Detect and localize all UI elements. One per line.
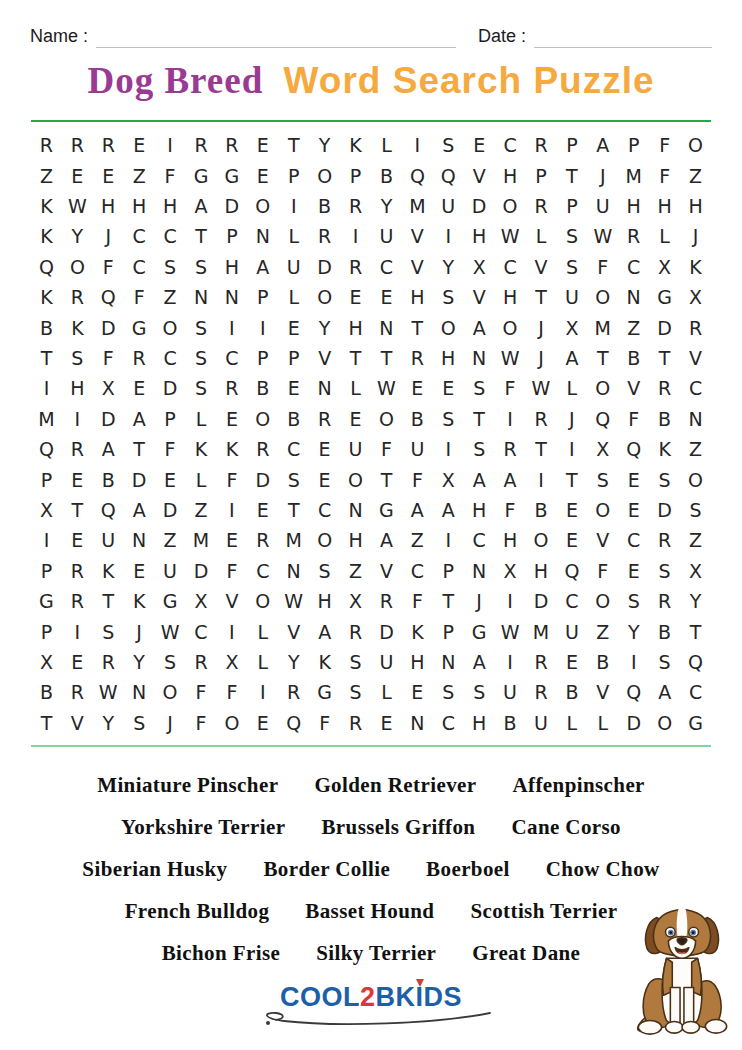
grid-cell[interactable]: J: [464, 586, 495, 616]
grid-cell[interactable]: R: [495, 434, 526, 464]
grid-cell[interactable]: F: [216, 464, 247, 494]
grid-cell[interactable]: T: [556, 464, 587, 494]
grid-cell[interactable]: L: [587, 708, 618, 738]
grid-cell[interactable]: D: [216, 191, 247, 221]
grid-cell[interactable]: H: [309, 586, 340, 616]
grid-cell[interactable]: W: [371, 373, 402, 403]
grid-cell[interactable]: A: [464, 647, 495, 677]
grid-cell[interactable]: Y: [93, 708, 124, 738]
grid-cell[interactable]: E: [216, 404, 247, 434]
grid-cell[interactable]: E: [618, 556, 649, 586]
grid-cell[interactable]: C: [278, 434, 309, 464]
grid-cell[interactable]: H: [495, 160, 526, 190]
grid-cell[interactable]: X: [93, 373, 124, 403]
grid-cell[interactable]: O: [247, 404, 278, 434]
grid-cell[interactable]: N: [247, 221, 278, 251]
grid-cell[interactable]: O: [62, 252, 93, 282]
grid-cell[interactable]: K: [31, 282, 62, 312]
grid-cell[interactable]: E: [464, 130, 495, 160]
grid-cell[interactable]: K: [309, 647, 340, 677]
grid-cell[interactable]: H: [464, 495, 495, 525]
grid-cell[interactable]: R: [649, 525, 680, 555]
grid-cell[interactable]: E: [309, 434, 340, 464]
grid-cell[interactable]: H: [649, 191, 680, 221]
grid-cell[interactable]: I: [495, 404, 526, 434]
grid-cell[interactable]: V: [402, 221, 433, 251]
grid-cell[interactable]: A: [371, 525, 402, 555]
grid-cell[interactable]: U: [402, 434, 433, 464]
grid-cell[interactable]: I: [433, 434, 464, 464]
grid-cell[interactable]: H: [464, 221, 495, 251]
grid-cell[interactable]: P: [278, 160, 309, 190]
grid-cell[interactable]: O: [680, 130, 711, 160]
grid-cell[interactable]: S: [587, 464, 618, 494]
grid-cell[interactable]: T: [124, 434, 155, 464]
grid-cell[interactable]: P: [31, 616, 62, 646]
grid-cell[interactable]: S: [618, 586, 649, 616]
grid-cell[interactable]: M: [587, 312, 618, 342]
grid-cell[interactable]: N: [309, 373, 340, 403]
grid-cell[interactable]: S: [649, 647, 680, 677]
grid-cell[interactable]: E: [247, 160, 278, 190]
grid-cell[interactable]: D: [155, 495, 186, 525]
grid-cell[interactable]: M: [526, 616, 557, 646]
grid-cell[interactable]: O: [526, 525, 557, 555]
grid-cell[interactable]: N: [680, 404, 711, 434]
grid-cell[interactable]: P: [216, 221, 247, 251]
grid-cell[interactable]: R: [62, 677, 93, 707]
grid-cell[interactable]: J: [155, 708, 186, 738]
grid-cell[interactable]: P: [556, 191, 587, 221]
grid-cell[interactable]: Z: [31, 160, 62, 190]
grid-cell[interactable]: M: [278, 525, 309, 555]
grid-cell[interactable]: J: [556, 404, 587, 434]
grid-cell[interactable]: O: [587, 282, 618, 312]
grid-cell[interactable]: R: [247, 434, 278, 464]
grid-cell[interactable]: F: [155, 160, 186, 190]
grid-cell[interactable]: U: [587, 191, 618, 221]
grid-cell[interactable]: O: [216, 708, 247, 738]
grid-cell[interactable]: J: [680, 221, 711, 251]
grid-cell[interactable]: S: [186, 343, 217, 373]
grid-cell[interactable]: Z: [155, 525, 186, 555]
grid-cell[interactable]: E: [247, 708, 278, 738]
grid-cell[interactable]: F: [124, 282, 155, 312]
grid-cell[interactable]: P: [526, 160, 557, 190]
grid-cell[interactable]: X: [556, 312, 587, 342]
grid-cell[interactable]: O: [371, 404, 402, 434]
grid-cell[interactable]: G: [464, 616, 495, 646]
grid-cell[interactable]: R: [526, 647, 557, 677]
grid-cell[interactable]: O: [247, 191, 278, 221]
grid-cell[interactable]: B: [31, 312, 62, 342]
grid-cell[interactable]: S: [186, 373, 217, 403]
grid-cell[interactable]: N: [278, 556, 309, 586]
grid-cell[interactable]: L: [247, 647, 278, 677]
grid-cell[interactable]: H: [464, 708, 495, 738]
grid-cell[interactable]: C: [371, 252, 402, 282]
grid-cell[interactable]: S: [186, 252, 217, 282]
grid-cell[interactable]: K: [186, 434, 217, 464]
grid-cell[interactable]: D: [124, 464, 155, 494]
grid-cell[interactable]: P: [433, 556, 464, 586]
grid-cell[interactable]: K: [31, 221, 62, 251]
grid-cell[interactable]: X: [495, 556, 526, 586]
grid-cell[interactable]: R: [247, 525, 278, 555]
grid-cell[interactable]: Z: [124, 160, 155, 190]
grid-cell[interactable]: E: [371, 282, 402, 312]
grid-cell[interactable]: Q: [587, 404, 618, 434]
grid-cell[interactable]: A: [247, 252, 278, 282]
grid-cell[interactable]: O: [155, 677, 186, 707]
grid-cell[interactable]: C: [309, 495, 340, 525]
grid-cell[interactable]: B: [556, 677, 587, 707]
grid-cell[interactable]: L: [556, 708, 587, 738]
grid-cell[interactable]: U: [155, 556, 186, 586]
grid-cell[interactable]: N: [371, 312, 402, 342]
grid-cell[interactable]: C: [495, 130, 526, 160]
grid-cell[interactable]: H: [618, 191, 649, 221]
grid-cell[interactable]: E: [340, 404, 371, 434]
grid-cell[interactable]: R: [186, 647, 217, 677]
grid-cell[interactable]: A: [124, 495, 155, 525]
grid-cell[interactable]: F: [155, 434, 186, 464]
grid-cell[interactable]: F: [587, 556, 618, 586]
grid-cell[interactable]: V: [278, 616, 309, 646]
grid-cell[interactable]: F: [186, 677, 217, 707]
grid-cell[interactable]: F: [495, 373, 526, 403]
grid-cell[interactable]: O: [587, 586, 618, 616]
grid-cell[interactable]: O: [495, 312, 526, 342]
grid-cell[interactable]: R: [309, 404, 340, 434]
grid-cell[interactable]: R: [62, 434, 93, 464]
grid-cell[interactable]: E: [371, 708, 402, 738]
grid-cell[interactable]: O: [155, 312, 186, 342]
grid-cell[interactable]: I: [247, 312, 278, 342]
grid-cell[interactable]: S: [464, 434, 495, 464]
grid-cell[interactable]: M: [31, 404, 62, 434]
grid-cell[interactable]: W: [155, 616, 186, 646]
grid-cell[interactable]: F: [587, 252, 618, 282]
grid-cell[interactable]: C: [124, 221, 155, 251]
grid-cell[interactable]: L: [278, 221, 309, 251]
grid-cell[interactable]: D: [186, 556, 217, 586]
grid-cell[interactable]: S: [93, 616, 124, 646]
grid-cell[interactable]: T: [526, 434, 557, 464]
grid-cell[interactable]: X: [433, 464, 464, 494]
grid-cell[interactable]: U: [93, 525, 124, 555]
grid-cell[interactable]: R: [340, 191, 371, 221]
grid-cell[interactable]: A: [556, 343, 587, 373]
grid-cell[interactable]: D: [371, 616, 402, 646]
grid-cell[interactable]: U: [278, 252, 309, 282]
grid-cell[interactable]: V: [62, 708, 93, 738]
grid-cell[interactable]: B: [402, 404, 433, 434]
grid-cell[interactable]: R: [62, 130, 93, 160]
grid-cell[interactable]: W: [526, 373, 557, 403]
grid-cell[interactable]: D: [155, 373, 186, 403]
grid-cell[interactable]: K: [680, 252, 711, 282]
grid-cell[interactable]: Z: [340, 556, 371, 586]
grid-cell[interactable]: S: [433, 677, 464, 707]
grid-cell[interactable]: G: [216, 160, 247, 190]
grid-cell[interactable]: V: [464, 282, 495, 312]
grid-cell[interactable]: A: [495, 464, 526, 494]
grid-cell[interactable]: D: [649, 495, 680, 525]
grid-cell[interactable]: B: [278, 404, 309, 434]
grid-cell[interactable]: B: [618, 343, 649, 373]
grid-cell[interactable]: B: [526, 495, 557, 525]
grid-cell[interactable]: J: [93, 221, 124, 251]
grid-cell[interactable]: U: [556, 616, 587, 646]
grid-cell[interactable]: T: [278, 130, 309, 160]
grid-cell[interactable]: L: [371, 130, 402, 160]
grid-cell[interactable]: R: [649, 586, 680, 616]
grid-cell[interactable]: Y: [309, 130, 340, 160]
grid-cell[interactable]: X: [31, 495, 62, 525]
grid-cell[interactable]: E: [124, 373, 155, 403]
grid-cell[interactable]: N: [618, 282, 649, 312]
grid-cell[interactable]: Z: [155, 282, 186, 312]
grid-cell[interactable]: S: [680, 495, 711, 525]
grid-cell[interactable]: N: [464, 556, 495, 586]
grid-cell[interactable]: W: [495, 616, 526, 646]
grid-cell[interactable]: I: [216, 495, 247, 525]
grid-cell[interactable]: B: [309, 191, 340, 221]
grid-cell[interactable]: I: [62, 616, 93, 646]
grid-cell[interactable]: H: [124, 191, 155, 221]
grid-cell[interactable]: H: [62, 373, 93, 403]
date-input-line[interactable]: [534, 27, 712, 48]
grid-cell[interactable]: Z: [680, 525, 711, 555]
grid-cell[interactable]: C: [216, 343, 247, 373]
grid-cell[interactable]: O: [309, 525, 340, 555]
grid-cell[interactable]: K: [649, 434, 680, 464]
grid-cell[interactable]: K: [93, 556, 124, 586]
grid-cell[interactable]: F: [649, 130, 680, 160]
grid-cell[interactable]: X: [680, 282, 711, 312]
grid-cell[interactable]: S: [556, 221, 587, 251]
grid-cell[interactable]: I: [433, 525, 464, 555]
grid-cell[interactable]: Q: [31, 252, 62, 282]
grid-cell[interactable]: R: [618, 221, 649, 251]
grid-cell[interactable]: L: [278, 282, 309, 312]
grid-cell[interactable]: D: [464, 191, 495, 221]
grid-cell[interactable]: F: [93, 252, 124, 282]
grid-cell[interactable]: Q: [278, 708, 309, 738]
grid-cell[interactable]: S: [649, 464, 680, 494]
grid-cell[interactable]: N: [433, 647, 464, 677]
grid-cell[interactable]: Q: [556, 556, 587, 586]
grid-cell[interactable]: T: [278, 495, 309, 525]
grid-cell[interactable]: I: [216, 616, 247, 646]
grid-cell[interactable]: U: [371, 647, 402, 677]
grid-cell[interactable]: Y: [618, 616, 649, 646]
grid-cell[interactable]: A: [309, 616, 340, 646]
grid-cell[interactable]: G: [371, 495, 402, 525]
grid-cell[interactable]: X: [340, 586, 371, 616]
grid-cell[interactable]: E: [433, 373, 464, 403]
grid-cell[interactable]: I: [495, 586, 526, 616]
grid-cell[interactable]: B: [93, 464, 124, 494]
grid-cell[interactable]: C: [433, 708, 464, 738]
grid-cell[interactable]: U: [526, 708, 557, 738]
grid-cell[interactable]: U: [433, 191, 464, 221]
grid-cell[interactable]: Z: [680, 434, 711, 464]
grid-cell[interactable]: L: [526, 221, 557, 251]
grid-cell[interactable]: E: [62, 464, 93, 494]
grid-cell[interactable]: J: [124, 616, 155, 646]
grid-cell[interactable]: R: [278, 677, 309, 707]
grid-cell[interactable]: A: [186, 191, 217, 221]
grid-cell[interactable]: E: [62, 647, 93, 677]
grid-cell[interactable]: P: [155, 404, 186, 434]
grid-cell[interactable]: P: [247, 282, 278, 312]
grid-cell[interactable]: S: [649, 556, 680, 586]
grid-cell[interactable]: D: [649, 312, 680, 342]
grid-cell[interactable]: B: [495, 708, 526, 738]
grid-cell[interactable]: R: [309, 221, 340, 251]
grid-cell[interactable]: K: [62, 312, 93, 342]
grid-cell[interactable]: F: [186, 708, 217, 738]
grid-cell[interactable]: O: [309, 282, 340, 312]
grid-cell[interactable]: R: [340, 252, 371, 282]
grid-cell[interactable]: I: [216, 312, 247, 342]
grid-cell[interactable]: L: [340, 373, 371, 403]
grid-cell[interactable]: E: [247, 495, 278, 525]
grid-cell[interactable]: F: [93, 343, 124, 373]
grid-cell[interactable]: V: [216, 586, 247, 616]
grid-cell[interactable]: E: [62, 160, 93, 190]
grid-cell[interactable]: D: [93, 404, 124, 434]
grid-cell[interactable]: R: [526, 677, 557, 707]
grid-cell[interactable]: W: [93, 677, 124, 707]
grid-cell[interactable]: S: [124, 708, 155, 738]
grid-cell[interactable]: C: [680, 677, 711, 707]
grid-cell[interactable]: R: [340, 616, 371, 646]
grid-cell[interactable]: I: [31, 373, 62, 403]
grid-cell[interactable]: T: [680, 616, 711, 646]
grid-cell[interactable]: R: [680, 312, 711, 342]
grid-cell[interactable]: K: [216, 434, 247, 464]
grid-cell[interactable]: E: [402, 373, 433, 403]
grid-cell[interactable]: H: [340, 312, 371, 342]
name-input-line[interactable]: [96, 27, 456, 48]
grid-cell[interactable]: B: [587, 647, 618, 677]
grid-cell[interactable]: M: [402, 191, 433, 221]
grid-cell[interactable]: E: [278, 373, 309, 403]
grid-cell[interactable]: T: [62, 495, 93, 525]
grid-cell[interactable]: D: [247, 464, 278, 494]
grid-cell[interactable]: K: [402, 616, 433, 646]
grid-cell[interactable]: Z: [587, 616, 618, 646]
grid-cell[interactable]: I: [433, 221, 464, 251]
grid-cell[interactable]: T: [186, 221, 217, 251]
grid-cell[interactable]: O: [680, 464, 711, 494]
grid-cell[interactable]: G: [649, 282, 680, 312]
grid-cell[interactable]: E: [216, 525, 247, 555]
grid-cell[interactable]: H: [93, 191, 124, 221]
grid-cell[interactable]: R: [649, 373, 680, 403]
grid-cell[interactable]: K: [124, 586, 155, 616]
grid-cell[interactable]: F: [216, 556, 247, 586]
grid-cell[interactable]: B: [31, 677, 62, 707]
grid-cell[interactable]: H: [526, 556, 557, 586]
grid-cell[interactable]: O: [649, 708, 680, 738]
grid-cell[interactable]: R: [340, 708, 371, 738]
grid-cell[interactable]: S: [278, 464, 309, 494]
grid-cell[interactable]: Z: [186, 495, 217, 525]
grid-cell[interactable]: L: [247, 616, 278, 646]
grid-cell[interactable]: E: [618, 495, 649, 525]
grid-cell[interactable]: M: [186, 525, 217, 555]
grid-cell[interactable]: P: [618, 130, 649, 160]
grid-cell[interactable]: C: [464, 525, 495, 555]
grid-cell[interactable]: E: [618, 464, 649, 494]
grid-cell[interactable]: H: [495, 282, 526, 312]
grid-cell[interactable]: N: [186, 282, 217, 312]
grid-cell[interactable]: S: [433, 130, 464, 160]
grid-cell[interactable]: Y: [371, 191, 402, 221]
grid-cell[interactable]: E: [309, 464, 340, 494]
grid-cell[interactable]: F: [309, 708, 340, 738]
grid-cell[interactable]: C: [618, 252, 649, 282]
grid-cell[interactable]: X: [31, 647, 62, 677]
grid-cell[interactable]: T: [371, 343, 402, 373]
grid-cell[interactable]: C: [155, 221, 186, 251]
grid-cell[interactable]: J: [587, 160, 618, 190]
grid-cell[interactable]: E: [340, 282, 371, 312]
grid-cell[interactable]: M: [618, 160, 649, 190]
grid-cell[interactable]: G: [124, 312, 155, 342]
grid-cell[interactable]: S: [556, 252, 587, 282]
grid-cell[interactable]: F: [216, 677, 247, 707]
grid-cell[interactable]: A: [402, 495, 433, 525]
grid-cell[interactable]: U: [371, 221, 402, 251]
grid-cell[interactable]: R: [93, 647, 124, 677]
grid-cell[interactable]: H: [216, 252, 247, 282]
grid-cell[interactable]: O: [495, 191, 526, 221]
grid-cell[interactable]: R: [526, 404, 557, 434]
grid-cell[interactable]: P: [31, 464, 62, 494]
grid-cell[interactable]: F: [402, 464, 433, 494]
grid-cell[interactable]: E: [247, 130, 278, 160]
grid-cell[interactable]: I: [618, 647, 649, 677]
grid-cell[interactable]: K: [340, 130, 371, 160]
grid-cell[interactable]: E: [556, 495, 587, 525]
grid-cell[interactable]: W: [587, 221, 618, 251]
grid-cell[interactable]: Q: [618, 434, 649, 464]
grid-cell[interactable]: W: [495, 221, 526, 251]
grid-cell[interactable]: T: [556, 160, 587, 190]
grid-cell[interactable]: F: [649, 160, 680, 190]
grid-cell[interactable]: N: [402, 708, 433, 738]
grid-cell[interactable]: G: [186, 160, 217, 190]
grid-cell[interactable]: R: [526, 191, 557, 221]
grid-cell[interactable]: R: [62, 282, 93, 312]
grid-cell[interactable]: D: [618, 708, 649, 738]
grid-cell[interactable]: G: [309, 677, 340, 707]
grid-cell[interactable]: H: [495, 525, 526, 555]
grid-cell[interactable]: Y: [124, 647, 155, 677]
grid-cell[interactable]: Y: [278, 647, 309, 677]
grid-cell[interactable]: C: [680, 373, 711, 403]
grid-cell[interactable]: I: [278, 191, 309, 221]
grid-cell[interactable]: L: [186, 404, 217, 434]
grid-cell[interactable]: X: [464, 252, 495, 282]
grid-cell[interactable]: A: [464, 312, 495, 342]
grid-cell[interactable]: C: [402, 556, 433, 586]
